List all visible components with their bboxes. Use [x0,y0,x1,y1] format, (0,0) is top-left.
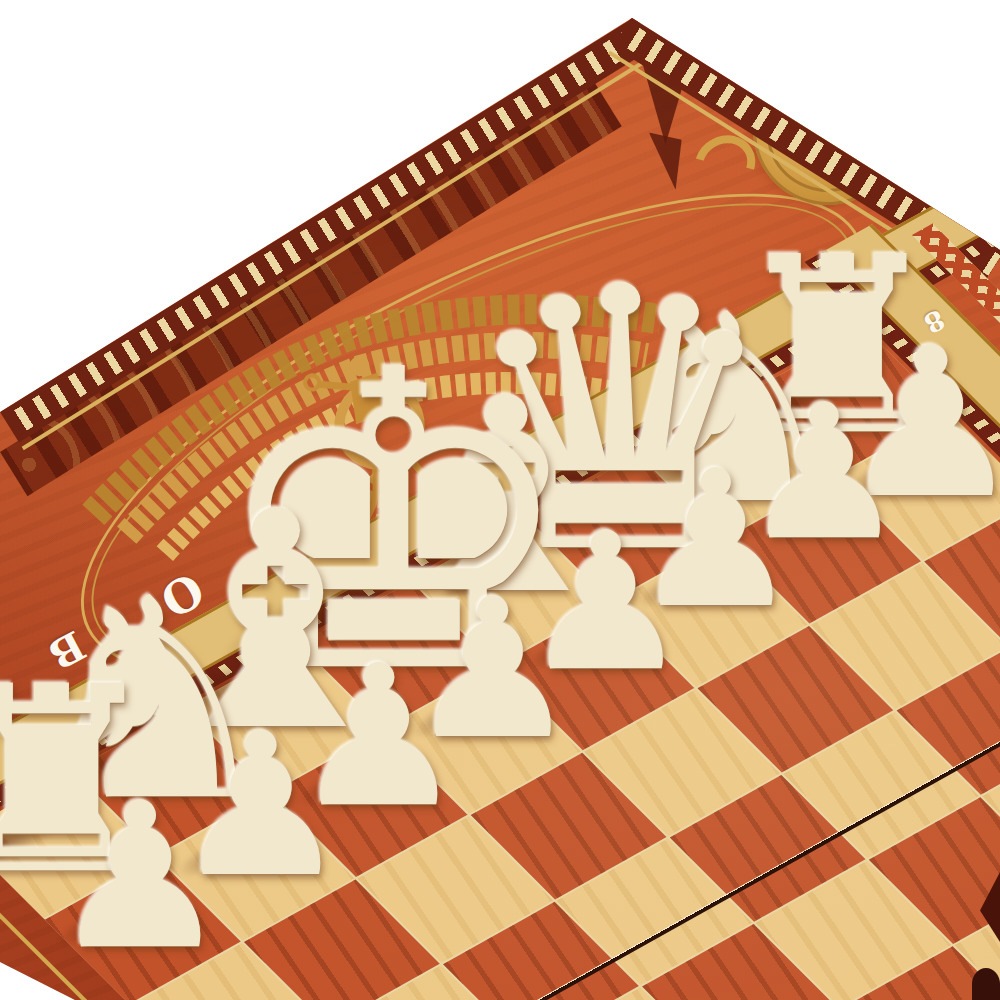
chess-set-photo: BO8 ♜♞♟♛♟♝♟♚♟♝♟♞♟♜♟♟ [0,0,1000,1000]
piece-white-pawn-a2: ♟ [50,776,230,977]
board-surface: BO8 ♜♞♟♛♟♝♟♚♟♝♟♞♟♜♟♟ [0,0,1000,1000]
box-edge-shadow [972,968,1000,1000]
carved-leaf-ornament [649,125,693,192]
volute-scroll-right [905,89,988,172]
